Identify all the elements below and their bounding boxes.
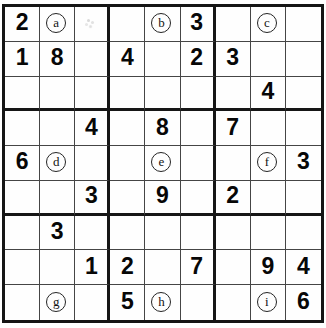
cell-r7c9[interactable]: [286, 216, 321, 251]
given-digit: 2: [16, 11, 29, 34]
cell-r1c6[interactable]: 3: [181, 7, 216, 42]
scan-smudge: [87, 19, 90, 22]
cell-r8c7[interactable]: [216, 250, 251, 285]
given-digit: 4: [297, 255, 310, 278]
given-digit: 7: [226, 116, 239, 139]
cell-r8c1[interactable]: [5, 250, 40, 285]
cell-r5c5[interactable]: e: [145, 146, 180, 181]
circled-letter-d: d: [46, 152, 66, 172]
cell-r2c2[interactable]: 8: [40, 42, 75, 77]
cell-r8c8[interactable]: 9: [251, 250, 286, 285]
given-digit: 6: [297, 290, 310, 313]
cell-r5c2[interactable]: d: [40, 146, 75, 181]
given-digit: 8: [156, 116, 169, 139]
given-digit: 1: [16, 46, 29, 69]
cell-r1c7[interactable]: [216, 7, 251, 42]
circled-letter-f: f: [257, 152, 277, 172]
cell-r7c4[interactable]: [110, 216, 145, 251]
cell-r2c3[interactable]: [75, 42, 110, 77]
cell-r4c7[interactable]: 7: [216, 111, 251, 146]
cell-r8c9[interactable]: 4: [286, 250, 321, 285]
cell-r5c3[interactable]: [75, 146, 110, 181]
cell-r4c9[interactable]: [286, 111, 321, 146]
cell-r6c3[interactable]: 3: [75, 181, 110, 216]
cell-r6c7[interactable]: 2: [216, 181, 251, 216]
cell-r8c6[interactable]: 7: [181, 250, 216, 285]
circled-letter-h: h: [151, 292, 171, 312]
given-digit: 3: [297, 150, 310, 173]
given-digit: 2: [226, 184, 239, 207]
given-digit: 7: [190, 255, 203, 278]
cell-r6c4[interactable]: [110, 181, 145, 216]
cell-r6c5[interactable]: 9: [145, 181, 180, 216]
cell-r7c8[interactable]: [251, 216, 286, 251]
given-digit: 9: [261, 255, 274, 278]
given-digit: 4: [85, 116, 98, 139]
cell-r6c2[interactable]: [40, 181, 75, 216]
cell-r3c5[interactable]: [145, 77, 180, 112]
given-digit: 4: [261, 80, 274, 103]
cell-r9c7[interactable]: [216, 285, 251, 320]
cell-r5c9[interactable]: 3: [286, 146, 321, 181]
given-digit: 4: [121, 46, 134, 69]
cell-r3c9[interactable]: [286, 77, 321, 112]
cell-r4c8[interactable]: [251, 111, 286, 146]
cell-r2c7[interactable]: 3: [216, 42, 251, 77]
cell-r3c1[interactable]: [5, 77, 40, 112]
cell-r9c1[interactable]: [5, 285, 40, 320]
sudoku-puzzle-scan: 2ab3c1842344876def3392312794g5hi6: [0, 0, 326, 328]
cell-r7c2[interactable]: 3: [40, 216, 75, 251]
circled-letter-c: c: [257, 13, 277, 33]
cell-r1c1[interactable]: 2: [5, 7, 40, 42]
given-digit: 2: [121, 255, 134, 278]
cell-r4c1[interactable]: [5, 111, 40, 146]
cell-r1c5[interactable]: b: [145, 7, 180, 42]
cell-r6c9[interactable]: [286, 181, 321, 216]
cell-r3c3[interactable]: [75, 77, 110, 112]
cell-r7c6[interactable]: [181, 216, 216, 251]
cell-r2c1[interactable]: 1: [5, 42, 40, 77]
cell-r8c4[interactable]: 2: [110, 250, 145, 285]
sudoku-board: 2ab3c1842344876def3392312794g5hi6: [2, 4, 324, 323]
cell-r9c8[interactable]: i: [251, 285, 286, 320]
cell-r5c1[interactable]: 6: [5, 146, 40, 181]
cell-r5c7[interactable]: [216, 146, 251, 181]
cell-r1c4[interactable]: [110, 7, 145, 42]
cell-r2c5[interactable]: [145, 42, 180, 77]
given-digit: 2: [190, 46, 203, 69]
cell-r3c2[interactable]: [40, 77, 75, 112]
cell-r6c6[interactable]: [181, 181, 216, 216]
cell-r2c9[interactable]: [286, 42, 321, 77]
cell-r1c3[interactable]: [75, 7, 110, 42]
cell-r7c3[interactable]: [75, 216, 110, 251]
cell-r7c5[interactable]: [145, 216, 180, 251]
given-digit: 8: [51, 46, 64, 69]
cell-r1c9[interactable]: [286, 7, 321, 42]
cell-r9c9[interactable]: 6: [286, 285, 321, 320]
cell-r8c3[interactable]: 1: [75, 250, 110, 285]
cell-r6c1[interactable]: [5, 181, 40, 216]
cell-r9c2[interactable]: g: [40, 285, 75, 320]
cell-r5c8[interactable]: f: [251, 146, 286, 181]
cell-r5c4[interactable]: [110, 146, 145, 181]
cell-r4c2[interactable]: [40, 111, 75, 146]
cell-r4c4[interactable]: [110, 111, 145, 146]
cell-r4c6[interactable]: [181, 111, 216, 146]
circled-letter-b: b: [151, 13, 171, 33]
given-digit: 3: [190, 11, 203, 34]
circled-letter-e: e: [151, 152, 171, 172]
given-digit: 3: [226, 46, 239, 69]
cell-r1c8[interactable]: c: [251, 7, 286, 42]
cell-r6c8[interactable]: [251, 181, 286, 216]
given-digit: 6: [16, 150, 29, 173]
given-digit: 9: [156, 184, 169, 207]
cell-r9c6[interactable]: [181, 285, 216, 320]
cell-r7c7[interactable]: [216, 216, 251, 251]
given-digit: 3: [85, 184, 98, 207]
cell-r3c8[interactable]: 4: [251, 77, 286, 112]
cell-r1c2[interactable]: a: [40, 7, 75, 42]
cell-r4c3[interactable]: 4: [75, 111, 110, 146]
circled-letter-a: a: [46, 13, 66, 33]
cell-r2c4[interactable]: 4: [110, 42, 145, 77]
cell-r3c6[interactable]: [181, 77, 216, 112]
cell-r5c6[interactable]: [181, 146, 216, 181]
cell-r8c5[interactable]: [145, 250, 180, 285]
cell-r2c8[interactable]: [251, 42, 286, 77]
cell-r8c2[interactable]: [40, 250, 75, 285]
given-digit: 1: [85, 255, 98, 278]
circled-letter-i: i: [257, 292, 277, 312]
cell-r4c5[interactable]: 8: [145, 111, 180, 146]
cell-r9c4[interactable]: 5: [110, 285, 145, 320]
cell-r9c5[interactable]: h: [145, 285, 180, 320]
cell-r3c7[interactable]: [216, 77, 251, 112]
cell-r3c4[interactable]: [110, 77, 145, 112]
cell-r7c1[interactable]: [5, 216, 40, 251]
given-digit: 5: [121, 290, 134, 313]
circled-letter-g: g: [46, 292, 66, 312]
cell-r9c3[interactable]: [75, 285, 110, 320]
cell-r2c6[interactable]: 2: [181, 42, 216, 77]
given-digit: 3: [51, 220, 64, 243]
